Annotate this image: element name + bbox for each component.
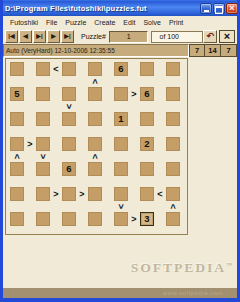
nav-next-button[interactable]: ▶ <box>47 30 60 43</box>
nav-first-button[interactable]: |◀ <box>5 30 18 43</box>
undo-button[interactable]: ↶ <box>203 30 217 43</box>
status-bar: Auto (VeryHard) 12-10-2006 12:35:55 7147 <box>3 44 237 57</box>
menu-item-create[interactable]: Create <box>90 19 119 26</box>
inequality-sign-h-r6c6: < <box>154 187 166 201</box>
board-cell-r1c5[interactable]: 6 <box>114 62 128 76</box>
board-cell-r1c3[interactable] <box>62 62 76 76</box>
board-cell-r7c1[interactable] <box>10 212 24 226</box>
board-cell-r3c6[interactable] <box>140 112 154 126</box>
board-cell-r2c4[interactable] <box>88 87 102 101</box>
inequality-sign-h-r1c2: < <box>50 62 62 76</box>
window-title: D:\Program Files\futoshiki\puzzles.fut <box>5 4 199 13</box>
nav-prev-button[interactable]: ◀ <box>19 30 32 43</box>
menu-item-edit[interactable]: Edit <box>119 19 139 26</box>
puzzle-total-field: of 100 <box>151 31 203 43</box>
toolbar: |◀◀▶|▶▶| Puzzle# 1 of 100 ↶ × <box>3 29 237 44</box>
board-cell-r2c1[interactable]: 5 <box>10 87 24 101</box>
counter-cell-3: 7 <box>221 44 237 57</box>
menu-item-puzzle[interactable]: Puzzle <box>61 19 90 26</box>
board-cell-r1c4[interactable] <box>88 62 102 76</box>
board-cell-r6c2[interactable] <box>36 187 50 201</box>
nav-button-group: |◀◀▶|▶▶| <box>5 30 75 43</box>
title-bar[interactable]: D:\Program Files\futoshiki\puzzles.fut × <box>0 0 240 16</box>
nav-goto-button[interactable]: ▶| <box>33 30 46 43</box>
clear-button[interactable]: × <box>219 30 235 43</box>
board-cell-r7c6[interactable]: 3 <box>140 212 154 226</box>
inequality-sign-h-r6c2: > <box>50 187 62 201</box>
board-cell-r1c7[interactable] <box>166 62 180 76</box>
inequality-sign-h-r2c5: > <box>128 87 140 101</box>
board-cell-r2c3[interactable] <box>62 87 76 101</box>
board-cell-r6c5[interactable] <box>114 187 128 201</box>
board-cell-r6c3[interactable] <box>62 187 76 201</box>
board-cell-r4c4[interactable] <box>88 137 102 151</box>
menu-item-solve[interactable]: Solve <box>139 19 165 26</box>
status-text: Auto (VeryHard) 12-10-2006 12:35:55 <box>3 44 189 57</box>
board-cell-r5c5[interactable] <box>114 162 128 176</box>
board-cell-r6c4[interactable] <box>88 187 102 201</box>
inequality-sign-h-r7c5: > <box>128 212 140 226</box>
softpedia-url-watermark: www.softpedia.com <box>163 290 223 296</box>
board-cell-r1c1[interactable] <box>10 62 24 76</box>
board-cell-r3c4[interactable] <box>88 112 102 126</box>
board-cell-r6c6[interactable] <box>140 187 154 201</box>
bottom-strip: www.softpedia.com <box>3 288 237 298</box>
counter-cell-2: 14 <box>205 44 221 57</box>
board-cell-r3c3[interactable] <box>62 112 76 126</box>
board-cell-r4c5[interactable] <box>114 137 128 151</box>
puzzle-number-label: Puzzle# <box>81 33 106 40</box>
softpedia-watermark: SOFTPEDIA™ <box>131 260 232 276</box>
board-cell-r2c7[interactable] <box>166 87 180 101</box>
board-cell-r3c5[interactable]: 1 <box>114 112 128 126</box>
inequality-sign-v-r2c3: > <box>62 101 76 112</box>
menu-item-futoshiki[interactable]: Futoshiki <box>6 19 42 26</box>
inequality-sign-v-r4c1: < <box>10 151 24 162</box>
minimize-icon[interactable] <box>200 3 212 14</box>
inequality-sign-v-r1c4: < <box>88 76 102 87</box>
board-cell-r6c1[interactable] <box>10 187 24 201</box>
maximize-icon[interactable] <box>213 3 225 14</box>
board-cell-r4c2[interactable] <box>36 137 50 151</box>
board-cell-r5c1[interactable] <box>10 162 24 176</box>
menu-item-print[interactable]: Print <box>165 19 187 26</box>
board-cell-r3c1[interactable] <box>10 112 24 126</box>
menu-item-file[interactable]: File <box>42 19 61 26</box>
board-cell-r2c5[interactable] <box>114 87 128 101</box>
board-cell-r2c6[interactable]: 6 <box>140 87 154 101</box>
board-cell-r7c7[interactable] <box>166 212 180 226</box>
close-icon[interactable]: × <box>226 3 238 14</box>
board-panel: 6561263<>>>><><><><>< <box>5 58 188 235</box>
nav-last-button[interactable]: ▶| <box>61 30 74 43</box>
board-cell-r7c3[interactable] <box>62 212 76 226</box>
board-cell-r6c7[interactable] <box>166 187 180 201</box>
counter-group: 7147 <box>189 44 237 57</box>
board-cell-r4c1[interactable] <box>10 137 24 151</box>
board-cell-r4c6[interactable]: 2 <box>140 137 154 151</box>
board-cell-r5c2[interactable] <box>36 162 50 176</box>
inequality-sign-v-r4c2: > <box>36 151 50 162</box>
board-cell-r7c2[interactable] <box>36 212 50 226</box>
board-cell-r3c7[interactable] <box>166 112 180 126</box>
futoshiki-board[interactable]: 6561263<>>>><><><><>< <box>10 62 187 226</box>
board-cell-r5c3[interactable]: 6 <box>62 162 76 176</box>
board-cell-r5c6[interactable] <box>140 162 154 176</box>
board-cell-r1c6[interactable] <box>140 62 154 76</box>
board-cell-r4c3[interactable] <box>62 137 76 151</box>
counter-cell-1: 7 <box>189 44 205 57</box>
board-cell-r4c7[interactable] <box>166 137 180 151</box>
puzzle-number-field[interactable]: 1 <box>109 31 149 43</box>
menu-bar: FutoshikiFilePuzzleCreateEditSolvePrint <box>3 16 237 29</box>
app-window: D:\Program Files\futoshiki\puzzles.fut ×… <box>0 0 240 302</box>
board-cell-r7c4[interactable] <box>88 212 102 226</box>
board-cell-r3c2[interactable] <box>36 112 50 126</box>
board-cell-r7c5[interactable] <box>114 212 128 226</box>
inequality-sign-v-r6c7: < <box>166 201 180 212</box>
inequality-sign-h-r6c3: > <box>76 187 88 201</box>
inequality-sign-h-r4c1: > <box>24 137 36 151</box>
board-cell-r2c2[interactable] <box>36 87 50 101</box>
board-cell-r5c4[interactable] <box>88 162 102 176</box>
main-area: 6561263<>>>><><><><>< SOFTPEDIA™ <box>3 57 237 288</box>
board-cell-r1c2[interactable] <box>36 62 50 76</box>
inequality-sign-v-r4c4: < <box>88 151 102 162</box>
inequality-sign-v-r6c5: > <box>114 201 128 212</box>
board-cell-r5c7[interactable] <box>166 162 180 176</box>
